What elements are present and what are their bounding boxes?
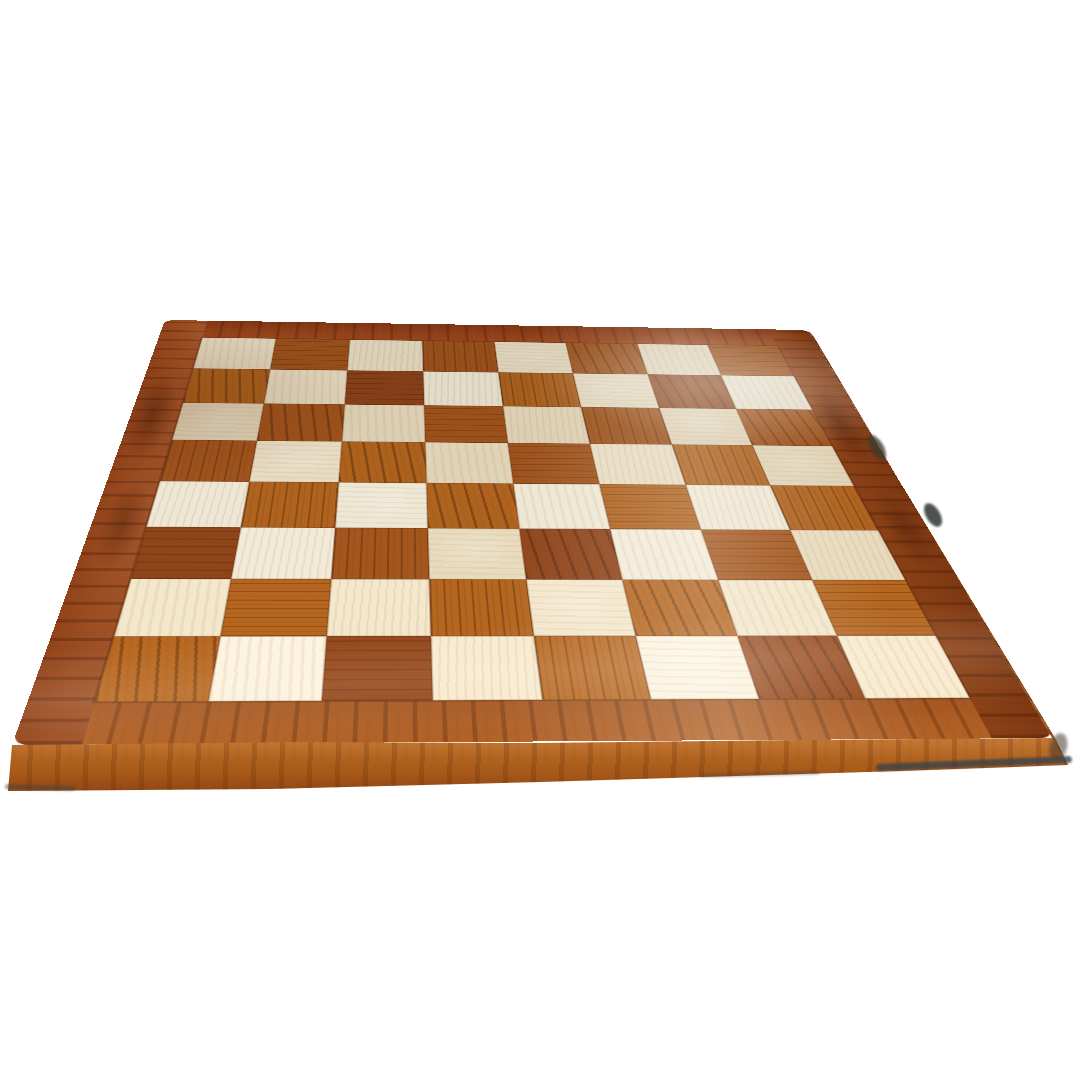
square-f4 xyxy=(600,484,701,529)
square-d7 xyxy=(423,371,503,406)
chessboard xyxy=(12,320,1055,745)
square-c7 xyxy=(344,371,424,406)
square-e4 xyxy=(513,484,610,530)
square-b6 xyxy=(257,403,344,441)
square-e8 xyxy=(494,342,573,374)
square-e2 xyxy=(526,579,636,636)
square-a1 xyxy=(95,636,221,702)
square-f6 xyxy=(581,407,671,445)
square-e1 xyxy=(534,636,651,700)
product-photo-scene xyxy=(0,0,1080,1080)
square-a4 xyxy=(146,481,249,527)
square-a7 xyxy=(183,369,270,404)
square-e5 xyxy=(508,443,600,484)
square-c1 xyxy=(321,636,432,701)
square-b4 xyxy=(241,482,338,528)
square-c4 xyxy=(335,482,428,528)
square-b7 xyxy=(264,370,347,405)
square-e3 xyxy=(519,529,622,580)
square-d4 xyxy=(426,483,519,529)
square-c8 xyxy=(347,340,423,372)
square-a3 xyxy=(131,527,241,579)
square-a8 xyxy=(193,338,276,370)
square-c2 xyxy=(326,579,430,636)
board-frame-near xyxy=(12,698,1055,745)
square-b3 xyxy=(231,527,334,578)
square-d2 xyxy=(429,579,534,636)
square-d8 xyxy=(422,341,498,373)
square-b1 xyxy=(209,636,327,701)
square-d3 xyxy=(428,528,527,579)
square-c6 xyxy=(341,404,425,442)
square-c3 xyxy=(331,528,429,579)
square-f5 xyxy=(590,444,685,485)
square-d5 xyxy=(425,442,513,483)
square-a6 xyxy=(172,402,264,440)
square-b2 xyxy=(221,579,331,637)
square-f3 xyxy=(610,529,717,579)
square-c5 xyxy=(338,441,426,483)
square-f7 xyxy=(573,373,659,407)
square-d6 xyxy=(424,405,508,443)
square-b5 xyxy=(250,441,342,483)
square-e6 xyxy=(503,406,590,444)
square-e7 xyxy=(498,372,581,406)
square-d1 xyxy=(431,636,543,701)
square-a2 xyxy=(114,578,231,636)
square-a5 xyxy=(160,440,257,482)
square-b8 xyxy=(270,339,349,371)
square-f8 xyxy=(566,343,648,375)
